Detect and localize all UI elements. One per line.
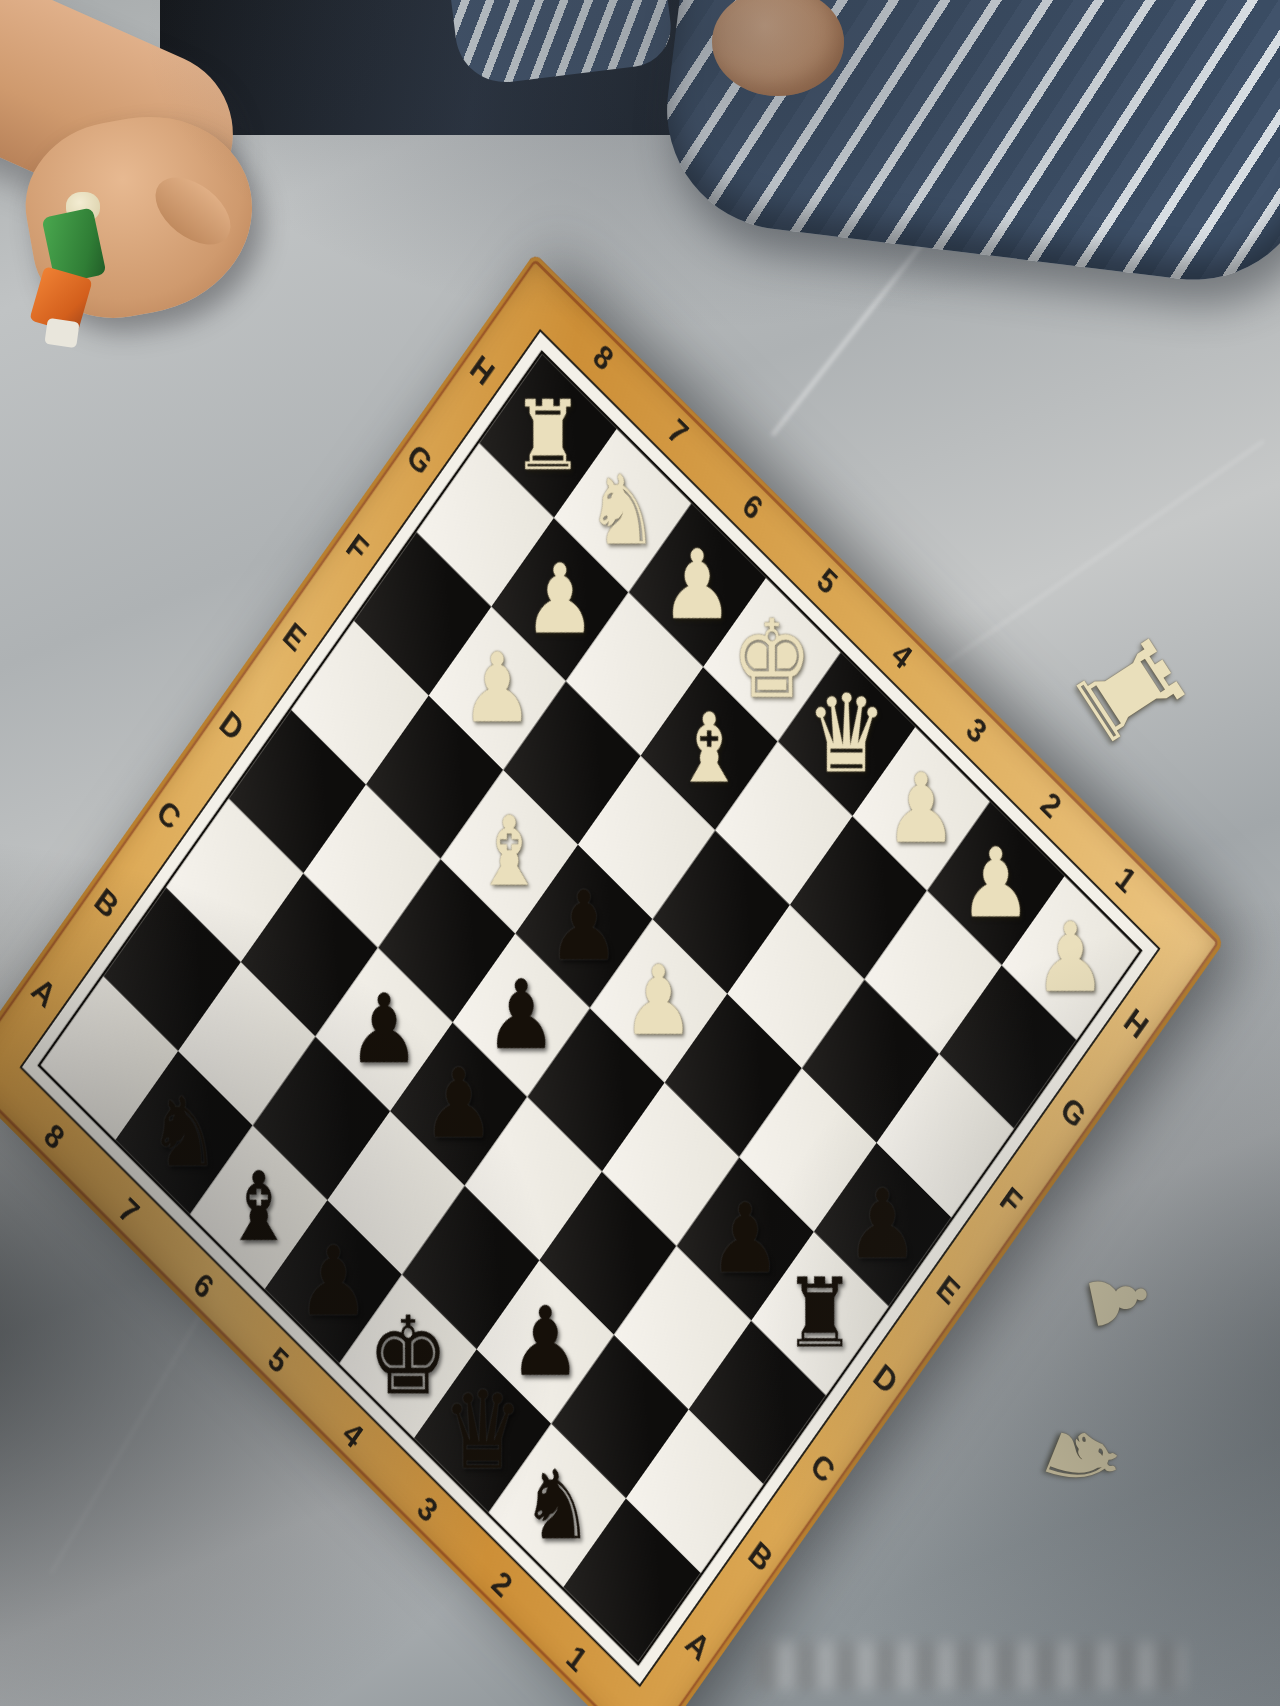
file-label-top-g: G [401,436,439,483]
file-label-bottom-f: F [994,1180,1028,1223]
rank-label-left-7: 7 [112,1190,145,1232]
chess-board: AABBCCDDEEFFGGHH8877665544332211 ♜♞♟♟♞♝♟… [0,253,1224,1706]
rank-label-left-6: 6 [187,1264,220,1306]
wooden-frame: AABBCCDDEEFFGGHH8877665544332211 ♜♞♟♟♞♝♟… [0,253,1224,1706]
rank-label-right-6: 6 [736,486,769,528]
white-pawn-h1: ♟ [1022,900,1119,1016]
rank-label-right-3: 3 [960,710,993,752]
file-label-top-d: D [213,703,250,749]
black-pawn-e1: ♟ [834,1167,931,1283]
board-grid: ♜♞♟♟♞♝♟♝♟♟♟♟♟♝♚♚♟♛♛♟♟♞♟♟♜♟♟ [41,354,1139,1661]
square-h1: ♟ [1002,876,1139,1039]
file-label-top-f: F [340,527,374,570]
rank-label-right-2: 2 [1034,784,1067,826]
file-label-bottom-a: A [679,1623,716,1669]
rank-label-left-8: 8 [38,1115,71,1157]
rank-label-left-4: 4 [336,1413,369,1455]
file-label-bottom-h: H [1118,1001,1155,1047]
file-label-bottom-b: B [742,1534,779,1580]
photo-scene: AABBCCDDEEFFGGHH8877665544332211 ♜♞♟♟♞♝♟… [0,0,1280,1706]
file-label-top-b: B [88,881,125,927]
file-label-bottom-e: E [930,1268,966,1312]
lego-brick [44,318,79,348]
file-label-top-h: H [464,348,501,394]
captured-white-knight: ♞ [1021,1404,1146,1516]
rank-label-left-1: 1 [560,1637,593,1679]
file-label-bottom-c: C [805,1445,842,1491]
rank-label-right-1: 1 [1109,859,1142,901]
file-label-top-a: A [25,970,62,1016]
board-border-band: ♜♞♟♟♞♝♟♝♟♟♟♟♟♝♚♚♟♛♛♟♟♞♟♟♜♟♟ [22,332,1158,1684]
rank-label-right-4: 4 [885,635,918,677]
file-label-bottom-g: G [1054,1089,1092,1136]
rank-label-left-2: 2 [486,1563,519,1605]
file-label-top-c: C [151,792,188,838]
rank-label-right-7: 7 [661,411,694,453]
rank-label-left-5: 5 [262,1339,295,1381]
rank-label-left-3: 3 [411,1488,444,1530]
file-label-top-e: E [277,615,313,659]
rank-label-right-8: 8 [586,337,619,379]
watermark-smudge [755,1642,1185,1690]
rank-label-right-5: 5 [810,561,843,603]
captured-white-pawn: ♟ [1070,1258,1168,1341]
fallen-white-rook: ♜ [1042,609,1215,773]
file-label-bottom-d: D [867,1356,904,1402]
